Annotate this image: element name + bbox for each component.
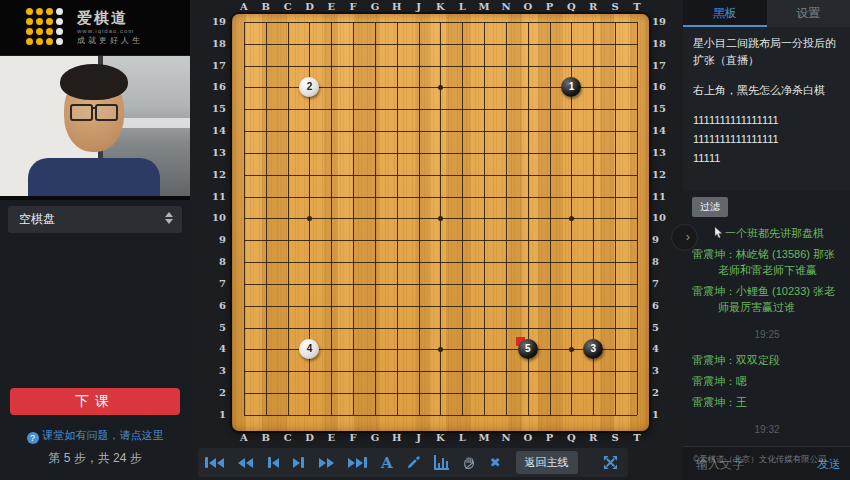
text-tool-icon: A xyxy=(381,454,393,472)
chat-list[interactable]: 一个班都先讲那盘棋雷震坤：林屹铭 (13586) 那张老师和雷老师下谁赢雷震坤：… xyxy=(683,219,850,446)
fast-forward-button[interactable] xyxy=(319,458,334,468)
row-label-left: 4 xyxy=(206,343,226,354)
col-label-bottom: F xyxy=(345,432,361,443)
col-label-bottom: O xyxy=(520,432,536,443)
blackboard-line: 星小目二间跳布局一分投后的扩张（直播） xyxy=(693,35,840,69)
col-label-top: E xyxy=(323,1,339,12)
col-label-bottom: J xyxy=(411,432,427,443)
col-label-bottom: Q xyxy=(563,432,579,443)
grid-line-v xyxy=(615,22,616,415)
col-label-top: P xyxy=(542,1,558,12)
grid-line-v xyxy=(484,22,485,415)
col-label-top: C xyxy=(280,1,296,12)
hand-icon xyxy=(462,455,477,470)
grid-line-h xyxy=(244,328,637,329)
row-label-left: 17 xyxy=(206,60,226,71)
help-link-label: 课堂如有问题，请点这里 xyxy=(43,429,164,441)
row-label-right: 19 xyxy=(652,16,672,27)
fullscreen-expand-icon xyxy=(603,455,618,470)
col-label-top: L xyxy=(454,1,470,12)
row-label-right: 12 xyxy=(652,169,672,180)
chat-input-bar: 输入文字 发送 xyxy=(683,446,850,480)
col-label-top: K xyxy=(432,1,448,12)
col-label-bottom: R xyxy=(585,432,601,443)
return-main-line-button[interactable]: 返回主线 xyxy=(516,451,578,474)
row-label-right: 10 xyxy=(652,212,672,223)
col-label-top: G xyxy=(367,1,383,12)
row-label-right: 5 xyxy=(652,322,672,333)
step-back-button[interactable] xyxy=(268,457,279,468)
teacher-shirt xyxy=(28,158,160,200)
row-label-left: 1 xyxy=(206,409,226,420)
brand-text: 爱棋道 www.iqidao.com 成就更好人生 xyxy=(77,10,143,46)
fullscreen-button[interactable] xyxy=(603,455,618,470)
col-label-bottom: D xyxy=(301,432,317,443)
board-panel: AABBCCDDEEFFGGHHJJKKLLMMNNOOPPQQRRSSTT19… xyxy=(190,0,683,480)
help-icon: ? xyxy=(27,432,39,444)
sidebar-tabs: 黑板 设置 xyxy=(683,0,850,27)
blackboard-line: 1111111111111111 xyxy=(693,112,840,129)
col-label-top: F xyxy=(345,1,361,12)
row-label-right: 6 xyxy=(652,300,672,311)
col-label-top: R xyxy=(585,1,601,12)
fullscreen-group xyxy=(592,448,628,477)
row-label-right: 3 xyxy=(652,365,672,376)
chat-message: 雷震坤：双双定段 xyxy=(692,353,842,369)
right-sidebar: 黑板 设置 星小目二间跳布局一分投后的扩张（直播）右上角，黑先怎么净杀白棋111… xyxy=(683,0,850,480)
chat-message: 雷震坤：王 xyxy=(692,395,842,411)
blackboard-line: 1111111111111111 xyxy=(693,131,840,148)
col-label-bottom: A xyxy=(236,432,252,443)
col-label-bottom: S xyxy=(607,432,623,443)
row-label-left: 7 xyxy=(206,278,226,289)
row-label-left: 19 xyxy=(206,16,226,27)
row-label-left: 15 xyxy=(206,103,226,114)
col-label-top: Q xyxy=(563,1,579,12)
teacher-glasses xyxy=(70,104,118,118)
chat-timestamp: 19:25 xyxy=(692,329,842,340)
row-label-left: 2 xyxy=(206,387,226,398)
annotation-tools-group: A ✖ 返回主线 xyxy=(370,448,604,477)
row-label-left: 3 xyxy=(206,365,226,376)
row-label-right: 11 xyxy=(652,191,672,202)
chart-tool-button[interactable] xyxy=(434,455,449,470)
grid-line-h xyxy=(244,415,637,416)
col-label-bottom: L xyxy=(454,432,470,443)
col-label-bottom: N xyxy=(498,432,514,443)
chat-timestamp: 19:32 xyxy=(692,424,842,435)
row-label-left: 16 xyxy=(206,81,226,92)
video-letterbox xyxy=(0,196,190,200)
col-label-bottom: B xyxy=(258,432,274,443)
collapse-chat-handle[interactable]: › xyxy=(671,224,698,251)
col-label-top: D xyxy=(301,1,317,12)
step-counter: 第 5 步，共 24 步 xyxy=(0,450,190,467)
row-label-right: 7 xyxy=(652,278,672,289)
filter-button[interactable]: 过滤 xyxy=(692,197,728,217)
row-label-left: 10 xyxy=(206,212,226,223)
go-to-start-button[interactable] xyxy=(205,457,224,468)
col-label-top: S xyxy=(607,1,623,12)
left-sidebar: 爱棋道 www.iqidao.com 成就更好人生 空棋盘 下课 ?课堂如有问题… xyxy=(0,0,191,480)
row-label-left: 8 xyxy=(206,256,226,267)
row-label-left: 12 xyxy=(206,169,226,180)
col-label-top: T xyxy=(629,1,645,12)
brand-url: www.iqidao.com xyxy=(77,28,143,35)
app-window: 爱棋道 www.iqidao.com 成就更好人生 空棋盘 下课 ?课堂如有问题… xyxy=(0,0,850,480)
row-label-right: 14 xyxy=(652,125,672,136)
board-select-dropdown[interactable]: 空棋盘 xyxy=(8,206,182,233)
board-toolbar: A ✖ 返回主线 xyxy=(190,446,683,480)
col-label-bottom: H xyxy=(389,432,405,443)
delete-x-icon: ✖ xyxy=(490,455,501,470)
grid-line-h xyxy=(244,240,637,241)
fast-rewind-button[interactable] xyxy=(238,458,253,468)
col-label-bottom: C xyxy=(280,432,296,443)
row-label-left: 11 xyxy=(206,191,226,202)
send-button[interactable]: 发送 xyxy=(817,456,841,473)
tab-blackboard[interactable]: 黑板 xyxy=(683,0,767,27)
col-label-bottom: G xyxy=(367,432,383,443)
chat-message-input[interactable]: 输入文字 xyxy=(696,456,744,473)
blackboard-line: 右上角，黑先怎么净杀白棋 xyxy=(693,82,840,99)
col-label-bottom: P xyxy=(542,432,558,443)
col-label-bottom: T xyxy=(629,432,645,443)
text-tool-button[interactable]: A xyxy=(381,454,393,472)
delete-tool-button[interactable]: ✖ xyxy=(490,455,501,470)
col-label-top: M xyxy=(476,1,492,12)
col-label-top: N xyxy=(498,1,514,12)
row-label-left: 14 xyxy=(206,125,226,136)
step-forward-button[interactable] xyxy=(293,457,304,468)
row-label-left: 6 xyxy=(206,300,226,311)
hand-tool-button[interactable] xyxy=(462,455,477,470)
grid-line-v xyxy=(506,22,507,415)
row-label-left: 5 xyxy=(206,322,226,333)
grid-line-h xyxy=(244,371,637,372)
col-label-bottom: E xyxy=(323,432,339,443)
row-label-right: 4 xyxy=(652,343,672,354)
row-label-right: 9 xyxy=(652,234,672,245)
brand-header: 爱棋道 www.iqidao.com 成就更好人生 xyxy=(0,0,190,55)
brush-tool-button[interactable] xyxy=(406,455,421,470)
row-label-left: 13 xyxy=(206,147,226,158)
brand-logo-dots-icon xyxy=(26,8,65,47)
col-label-bottom: K xyxy=(432,432,448,443)
row-label-right: 17 xyxy=(652,60,672,71)
col-label-top: A xyxy=(236,1,252,12)
grid-line-h xyxy=(244,393,637,394)
chat-area: 过滤 一个班都先讲那盘棋雷震坤：林屹铭 (13586) 那张老师和雷老师下谁赢雷… xyxy=(683,191,850,446)
brand-title: 爱棋道 xyxy=(77,10,143,27)
dropdown-arrows-icon xyxy=(165,212,173,224)
row-label-right: 1 xyxy=(652,409,672,420)
blackboard-line: 11111 xyxy=(693,150,840,167)
chat-message: 雷震坤：嗯 xyxy=(692,374,842,390)
grid-line-h xyxy=(244,262,637,263)
grid-line-h xyxy=(244,284,637,285)
row-label-right: 2 xyxy=(652,387,672,398)
row-label-right: 8 xyxy=(652,256,672,267)
move-navigation-group xyxy=(198,448,374,477)
grid-line-h xyxy=(244,306,637,307)
grid-line-v xyxy=(637,22,638,415)
chat-message: 雷震坤：林屹铭 (13586) 那张老师和雷老师下谁赢 xyxy=(692,247,842,279)
grid-line-v xyxy=(462,22,463,415)
board-select-value: 空棋盘 xyxy=(19,211,55,228)
end-class-button[interactable]: 下课 xyxy=(10,388,180,415)
row-label-right: 16 xyxy=(652,81,672,92)
brush-icon xyxy=(406,455,421,470)
col-label-top: O xyxy=(520,1,536,12)
go-to-end-button[interactable] xyxy=(348,457,367,468)
row-label-right: 13 xyxy=(652,147,672,158)
row-label-left: 9 xyxy=(206,234,226,245)
row-label-right: 15 xyxy=(652,103,672,114)
col-label-top: J xyxy=(411,1,427,12)
mouse-cursor-icon xyxy=(714,227,723,239)
col-label-bottom: M xyxy=(476,432,492,443)
grid-line-v xyxy=(550,22,551,415)
chart-icon xyxy=(434,455,449,470)
blackboard-notes: 星小目二间跳布局一分投后的扩张（直播）右上角，黑先怎么净杀白棋111111111… xyxy=(683,27,850,191)
teacher-webcam-video xyxy=(0,56,190,200)
brand-slogan: 成就更好人生 xyxy=(77,37,143,46)
col-label-top: H xyxy=(389,1,405,12)
help-link[interactable]: ?课堂如有问题，请点这里 xyxy=(0,428,190,444)
row-label-left: 18 xyxy=(206,38,226,49)
teacher-hair xyxy=(60,64,128,100)
chat-message: 一个班都先讲那盘棋 xyxy=(692,226,842,242)
col-label-top: B xyxy=(258,1,274,12)
row-label-right: 18 xyxy=(652,38,672,49)
tab-settings[interactable]: 设置 xyxy=(767,0,850,27)
chat-message: 雷震坤：小鲤鱼 (10233) 张老师最厉害赢过谁 xyxy=(692,284,842,316)
